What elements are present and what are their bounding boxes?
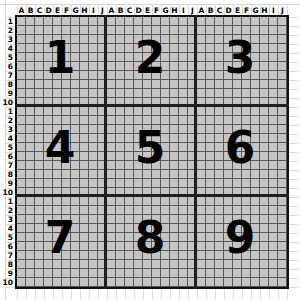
row-label-22: 2 <box>0 206 14 215</box>
block-digit-text-6: 6 <box>225 126 256 170</box>
row-label-1: 1 <box>0 17 14 26</box>
row-label-26: 6 <box>0 242 14 251</box>
block-digit-text-8: 8 <box>135 216 166 260</box>
row-label-29: 9 <box>0 269 14 278</box>
row-label-25: 5 <box>0 233 14 242</box>
row-label-21: 1 <box>0 197 14 206</box>
block-digit-text-5: 5 <box>135 126 166 170</box>
block-digit-3: 3 <box>197 17 287 107</box>
block-digit-2: 2 <box>107 17 197 107</box>
row-label-20: 10 <box>0 188 14 197</box>
row-label-30: 10 <box>0 278 14 287</box>
row-label-19: 9 <box>0 179 14 188</box>
row-label-4: 4 <box>0 44 14 53</box>
row-label-7: 7 <box>0 71 14 80</box>
puzzle-window: ABCDEFGHIJABCDEFGHIJABCDEFGHIJ 123456789… <box>0 0 300 300</box>
row-label-5: 5 <box>0 53 14 62</box>
row-label-16: 6 <box>0 152 14 161</box>
row-label-8: 8 <box>0 80 14 89</box>
row-label-13: 3 <box>0 125 14 134</box>
row-label-2: 2 <box>0 26 14 35</box>
block-digit-6: 6 <box>197 107 287 197</box>
row-label-6: 6 <box>0 62 14 71</box>
bottom-tick-marks <box>17 289 288 299</box>
block-digit-4: 4 <box>17 107 107 197</box>
row-label-10: 10 <box>0 98 14 107</box>
block-digit-8: 8 <box>107 197 197 287</box>
block-digit-text-4: 4 <box>45 126 76 170</box>
row-label-17: 7 <box>0 161 14 170</box>
row-label-9: 9 <box>0 89 14 98</box>
block-digit-7: 7 <box>17 197 107 287</box>
block-digit-text-1: 1 <box>45 36 76 80</box>
row-label-24: 4 <box>0 224 14 233</box>
block-digit-9: 9 <box>197 197 287 287</box>
row-label-23: 3 <box>0 215 14 224</box>
row-label-11: 1 <box>0 107 14 116</box>
row-label-15: 5 <box>0 143 14 152</box>
row-labels: 123456789101234567891012345678910 <box>0 17 14 287</box>
block-digit-text-2: 2 <box>135 36 166 80</box>
row-label-3: 3 <box>0 35 14 44</box>
row-label-27: 7 <box>0 251 14 260</box>
block-digit-5: 5 <box>107 107 197 197</box>
row-label-14: 4 <box>0 134 14 143</box>
right-tick-marks <box>289 17 298 288</box>
block-digit-text-9: 9 <box>225 216 256 260</box>
block-digit-text-7: 7 <box>45 216 76 260</box>
row-label-18: 8 <box>0 170 14 179</box>
row-label-12: 2 <box>0 116 14 125</box>
row-label-28: 8 <box>0 260 14 269</box>
block-digit-text-3: 3 <box>225 36 256 80</box>
block-digit-1: 1 <box>17 17 107 107</box>
